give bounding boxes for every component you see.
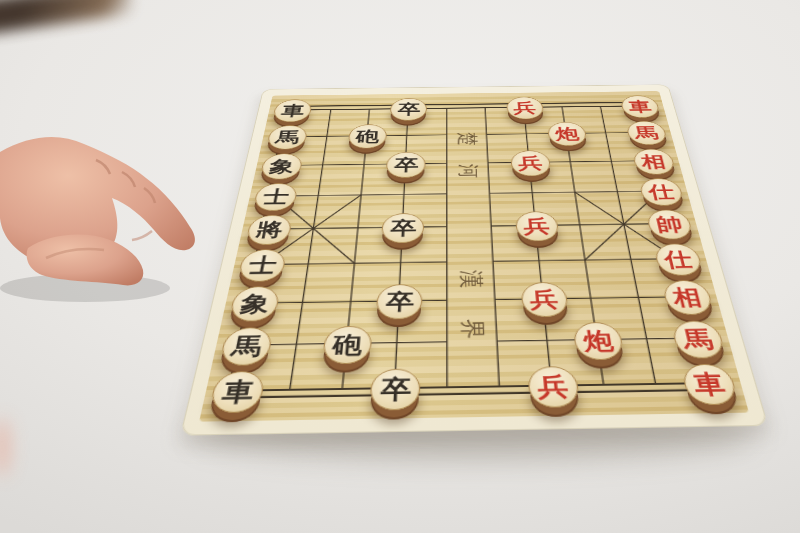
river-labels: 楚 河 漢 界	[205, 93, 740, 415]
background-dark-object	[0, 0, 134, 34]
hand-shape	[0, 137, 195, 285]
xiangqi-board: 車卒兵車馬砲炮馬象卒兵相士仕將卒兵帥士仕象卒兵相馬砲炮馬車卒兵車 楚 河 漢 界	[180, 84, 769, 435]
river-char-jie: 界	[454, 317, 489, 340]
board-wood-surface: 車卒兵車馬砲炮馬象卒兵相士仕將卒兵帥士仕象卒兵相馬砲炮馬車卒兵車 楚 河 漢 界	[199, 91, 749, 422]
background-smudge	[0, 418, 10, 476]
river-char-he: 河	[453, 163, 482, 180]
mannequin-hand	[0, 130, 205, 308]
river-char-chu: 楚	[453, 131, 481, 146]
photo-scene: { "game": { "name": "xiangqi", "title": …	[0, 0, 800, 533]
river-char-han: 漢	[454, 269, 487, 290]
